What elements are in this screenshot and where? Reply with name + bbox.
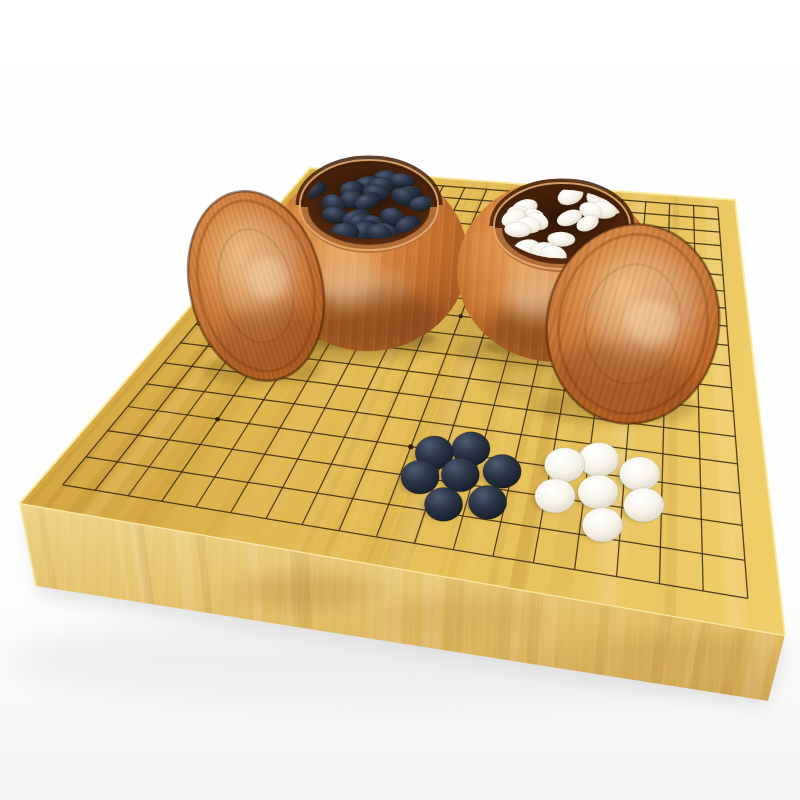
- white-stone: [535, 479, 576, 513]
- star-point: [215, 417, 220, 422]
- white-stone: [578, 475, 619, 509]
- white-stone: [544, 448, 585, 482]
- black-stone: [468, 485, 506, 519]
- star-point: [408, 444, 413, 449]
- black-stone: [401, 460, 439, 494]
- white-stone: [578, 442, 619, 476]
- white-stone: [582, 508, 623, 542]
- go-set-product-photo: [0, 0, 800, 800]
- white-stone: [619, 457, 660, 491]
- black-stone: [483, 454, 521, 488]
- white-stone: [623, 488, 664, 522]
- black-stone: [424, 487, 462, 521]
- black-stone: [441, 458, 479, 492]
